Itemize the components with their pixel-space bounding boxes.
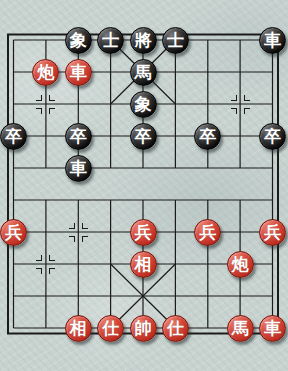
piece-red-advisor[interactable]: 仕 <box>97 315 124 342</box>
piece-glyph: 卒 <box>264 127 281 144</box>
board-cell: 兵 <box>127 216 159 248</box>
board-cell: 馬 <box>224 312 256 344</box>
piece-red-horse[interactable]: 馬 <box>227 315 254 342</box>
piece-red-cannon[interactable]: 炮 <box>32 59 59 86</box>
board-cell: 車 <box>256 312 288 344</box>
board-cell: 車 <box>256 24 288 56</box>
piece-red-general[interactable]: 帥 <box>130 315 157 342</box>
piece-glyph: 車 <box>70 63 87 80</box>
piece-glyph: 將 <box>135 31 152 48</box>
board-cell: 將 <box>127 24 159 56</box>
piece-glyph: 卒 <box>70 127 87 144</box>
board-cell: 相 <box>62 312 94 344</box>
piece-black-soldier[interactable]: 卒 <box>65 123 92 150</box>
piece-glyph: 車 <box>264 31 281 48</box>
marker-corner <box>69 223 75 229</box>
piece-black-soldier[interactable]: 卒 <box>130 123 157 150</box>
piece-glyph: 象 <box>70 31 87 48</box>
piece-red-soldier[interactable]: 兵 <box>194 219 221 246</box>
piece-glyph: 象 <box>135 95 152 112</box>
board-cell: 兵 <box>0 216 30 248</box>
board-cell: 象 <box>62 24 94 56</box>
board-cell: 相 <box>127 248 159 280</box>
piece-glyph: 兵 <box>135 223 152 240</box>
board-cell: 兵 <box>192 216 224 248</box>
piece-red-soldier[interactable]: 兵 <box>130 219 157 246</box>
piece-red-soldier[interactable]: 兵 <box>0 219 27 246</box>
point-marker <box>30 88 62 120</box>
marker-corner <box>82 236 88 242</box>
board-cell: 士 <box>159 24 191 56</box>
piece-glyph: 仕 <box>102 319 119 336</box>
marker-corner <box>49 268 55 274</box>
piece-glyph: 卒 <box>199 127 216 144</box>
piece-black-chariot[interactable]: 車 <box>65 155 92 182</box>
board-cell: 馬 <box>127 56 159 88</box>
piece-glyph: 相 <box>70 319 87 336</box>
board-cell: 卒 <box>0 120 30 152</box>
piece-black-chariot[interactable]: 車 <box>259 27 286 54</box>
piece-red-elephant[interactable]: 相 <box>130 251 157 278</box>
marker-corner <box>244 108 250 114</box>
board-cell: 卒 <box>256 120 288 152</box>
marker-corner <box>231 108 237 114</box>
marker-corner <box>49 255 55 261</box>
piece-red-chariot[interactable]: 車 <box>65 59 92 86</box>
piece-black-advisor[interactable]: 士 <box>97 27 124 54</box>
marker-corner <box>36 108 42 114</box>
piece-black-general[interactable]: 將 <box>130 27 157 54</box>
piece-black-horse[interactable]: 馬 <box>130 59 157 86</box>
point-marker <box>224 88 256 120</box>
piece-glyph: 士 <box>167 31 184 48</box>
board-cell: 卒 <box>192 120 224 152</box>
marker-corner <box>49 95 55 101</box>
marker-corner <box>231 95 237 101</box>
piece-black-elephant[interactable]: 象 <box>130 91 157 118</box>
board-cell: 仕 <box>159 312 191 344</box>
marker-corner <box>244 95 250 101</box>
xiangqi-board: 象士將士車炮車馬象卒卒卒卒卒車兵兵兵兵相炮相仕帥仕馬車 <box>0 0 288 371</box>
piece-glyph: 炮 <box>37 63 54 80</box>
board-cell: 炮 <box>30 56 62 88</box>
board-cell: 帥 <box>127 312 159 344</box>
piece-glyph: 卒 <box>5 127 22 144</box>
piece-glyph: 車 <box>70 159 87 176</box>
marker-corner <box>36 268 42 274</box>
piece-red-elephant[interactable]: 相 <box>65 315 92 342</box>
piece-red-cannon[interactable]: 炮 <box>227 251 254 278</box>
marker-corner <box>49 108 55 114</box>
piece-glyph: 炮 <box>232 255 249 272</box>
piece-black-soldier[interactable]: 卒 <box>0 123 27 150</box>
piece-glyph: 仕 <box>167 319 184 336</box>
piece-black-advisor[interactable]: 士 <box>162 27 189 54</box>
piece-glyph: 馬 <box>135 63 152 80</box>
board-cell: 象 <box>127 88 159 120</box>
board-cell: 卒 <box>62 120 94 152</box>
point-marker <box>62 216 94 248</box>
piece-glyph: 兵 <box>199 223 216 240</box>
piece-red-soldier[interactable]: 兵 <box>259 219 286 246</box>
piece-glyph: 士 <box>102 31 119 48</box>
board-grid: 象士將士車炮車馬象卒卒卒卒卒車兵兵兵兵相炮相仕帥仕馬車 <box>0 24 288 344</box>
piece-glyph: 相 <box>135 255 152 272</box>
piece-glyph: 兵 <box>5 223 22 240</box>
board-cell: 士 <box>94 24 126 56</box>
board-cell: 炮 <box>224 248 256 280</box>
board-cell: 車 <box>62 56 94 88</box>
board-cell: 兵 <box>256 216 288 248</box>
piece-glyph: 兵 <box>264 223 281 240</box>
piece-glyph: 卒 <box>135 127 152 144</box>
board-cell: 仕 <box>94 312 126 344</box>
marker-corner <box>36 255 42 261</box>
marker-corner <box>36 95 42 101</box>
piece-black-soldier[interactable]: 卒 <box>259 123 286 150</box>
board-cell: 車 <box>62 152 94 184</box>
marker-corner <box>82 223 88 229</box>
marker-corner <box>69 236 75 242</box>
piece-glyph: 馬 <box>232 319 249 336</box>
piece-red-advisor[interactable]: 仕 <box>162 315 189 342</box>
piece-glyph: 車 <box>264 319 281 336</box>
piece-black-elephant[interactable]: 象 <box>65 27 92 54</box>
piece-glyph: 帥 <box>135 319 152 336</box>
point-marker <box>30 248 62 280</box>
piece-red-chariot[interactable]: 車 <box>259 315 286 342</box>
board-cell: 卒 <box>127 120 159 152</box>
piece-black-soldier[interactable]: 卒 <box>194 123 221 150</box>
